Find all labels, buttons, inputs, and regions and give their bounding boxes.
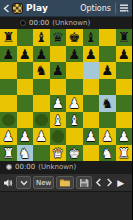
square-a1[interactable]: ♜ (0, 145, 17, 162)
header-divider (115, 3, 116, 14)
white-player-color-icon (6, 164, 12, 170)
square-c8[interactable]: ♝ (33, 29, 50, 46)
move-list-area[interactable] (0, 191, 132, 220)
square-h3[interactable] (116, 112, 133, 129)
square-h6[interactable] (116, 62, 133, 79)
square-a5[interactable] (0, 79, 17, 96)
square-h1[interactable]: ♜ (116, 145, 133, 162)
square-h7[interactable]: ♟ (116, 46, 133, 63)
chevron-left-icon (95, 178, 102, 187)
black-player-color-icon (20, 20, 26, 26)
square-e3[interactable]: ♝ (66, 112, 83, 129)
folder-icon (59, 178, 71, 187)
white-rook: ♜ (2, 145, 14, 162)
square-a2[interactable]: ♟ (0, 128, 17, 145)
square-c5[interactable] (33, 79, 50, 96)
square-f1[interactable] (83, 145, 100, 162)
square-b8[interactable] (17, 29, 34, 46)
white-pawn: ♟ (52, 95, 64, 112)
square-f6[interactable] (83, 62, 100, 79)
square-h5[interactable] (116, 79, 133, 96)
black-bishop: ♝ (35, 29, 47, 46)
white-rook: ♜ (118, 145, 130, 162)
square-g4[interactable]: ♞ (99, 95, 116, 112)
square-g3[interactable] (99, 112, 116, 129)
square-g5[interactable] (99, 79, 116, 96)
square-d5[interactable] (50, 79, 67, 96)
square-d3[interactable]: ♝ (50, 112, 67, 129)
options-button[interactable]: Options (80, 4, 111, 13)
white-player-name: (Unknown) (38, 163, 76, 171)
white-knight: ♞ (19, 145, 31, 162)
square-c7[interactable]: ♟ (33, 46, 50, 63)
next-move-button[interactable] (105, 176, 114, 189)
square-a7[interactable]: ♟ (0, 46, 17, 63)
chess-board[interactable]: ♜♝♛♚♝♜♟♟♟♟♟♟♞♟♟♟♟♞♝♝♟♟♟♟♟♟♜♞♛♚♞♜ (0, 29, 132, 161)
black-pawn: ♟ (85, 46, 97, 63)
square-b2[interactable]: ♟ (17, 128, 34, 145)
white-knight: ♞ (101, 145, 113, 162)
square-e2[interactable] (66, 128, 83, 145)
black-pawn: ♟ (118, 46, 130, 63)
prev-move-button[interactable] (94, 176, 103, 189)
square-h4[interactable] (116, 95, 133, 112)
black-player-row: 00:00 (Unknown) (0, 17, 132, 29)
open-file-button[interactable] (56, 176, 74, 189)
square-b7[interactable]: ♟ (17, 46, 34, 63)
square-f5[interactable] (83, 79, 100, 96)
white-pawn: ♟ (19, 128, 31, 145)
black-rook: ♜ (2, 29, 14, 46)
square-h2[interactable]: ♟ (116, 128, 133, 145)
square-e6[interactable] (66, 62, 83, 79)
black-pawn: ♟ (35, 46, 47, 63)
square-b6[interactable] (17, 62, 34, 79)
square-c1[interactable] (33, 145, 50, 162)
square-e7[interactable]: ♟ (66, 46, 83, 63)
square-d7[interactable] (50, 46, 67, 63)
page-title: Play (26, 3, 48, 13)
square-d4[interactable]: ♟ (50, 95, 67, 112)
square-h8[interactable]: ♜ (116, 29, 133, 46)
black-pawn: ♟ (52, 62, 64, 79)
white-queen: ♛ (52, 145, 64, 162)
square-f4[interactable] (83, 95, 100, 112)
black-pawn: ♟ (68, 46, 80, 63)
chevron-down-icon (20, 180, 28, 186)
black-player-name: (Unknown) (52, 19, 90, 27)
white-pawn: ♟ (35, 128, 47, 145)
square-f8[interactable]: ♝ (83, 29, 100, 46)
square-a4[interactable] (0, 95, 17, 112)
square-e4[interactable]: ♟ (66, 95, 83, 112)
square-e5[interactable] (66, 79, 83, 96)
black-pawn: ♟ (101, 62, 113, 79)
square-a6[interactable] (0, 62, 17, 79)
square-c4[interactable] (33, 95, 50, 112)
black-queen: ♛ (52, 29, 64, 46)
square-f2[interactable]: ♟ (83, 128, 100, 145)
black-king: ♚ (68, 29, 80, 46)
speaker-icon (3, 178, 13, 188)
white-bishop: ♝ (52, 112, 64, 129)
square-b1[interactable]: ♞ (17, 145, 34, 162)
square-e8[interactable]: ♚ (66, 29, 83, 46)
save-button[interactable] (76, 176, 92, 189)
square-e1[interactable]: ♚ (66, 145, 83, 162)
white-pawn: ♟ (2, 128, 14, 145)
chess-app-icon (12, 3, 23, 14)
square-d8[interactable]: ♛ (50, 29, 67, 46)
game-toolbar: New ▶ (0, 173, 132, 191)
square-f3[interactable] (83, 112, 100, 129)
chess-app-window: Play Options 00:00 (Unknown) ♜♝♛♚♝♜♟♟♟♟♟… (0, 0, 132, 220)
square-d2[interactable] (50, 128, 67, 145)
chevron-right-icon (106, 178, 113, 187)
square-g6[interactable]: ♟ (99, 62, 116, 79)
square-f7[interactable]: ♟ (83, 46, 100, 63)
square-g2[interactable]: ♟ (99, 128, 116, 145)
square-g7[interactable] (99, 46, 116, 63)
square-c6[interactable]: ♞ (33, 62, 50, 79)
expand-toolbar-button[interactable] (16, 176, 31, 189)
square-c3[interactable] (33, 112, 50, 129)
white-player-clock: 00:00 (15, 163, 35, 171)
black-rook: ♜ (118, 29, 130, 46)
white-bishop: ♝ (68, 112, 80, 129)
floppy-disk-icon (79, 178, 89, 188)
black-pawn: ♟ (2, 46, 14, 63)
menu-icon[interactable] (119, 3, 129, 13)
square-g1[interactable]: ♞ (99, 145, 116, 162)
white-pawn: ♟ (68, 95, 80, 112)
square-c2[interactable]: ♟ (33, 128, 50, 145)
play-icon: ▶ (117, 178, 124, 188)
square-b5[interactable] (17, 79, 34, 96)
play-forward-button[interactable]: ▶ (116, 176, 125, 189)
new-game-button[interactable]: New (33, 176, 54, 189)
square-a3[interactable] (0, 112, 17, 129)
black-knight: ♞ (101, 95, 113, 112)
black-knight: ♞ (35, 62, 47, 79)
white-pawn: ♟ (85, 128, 97, 145)
sound-button[interactable] (2, 176, 14, 189)
black-bishop: ♝ (85, 29, 97, 46)
white-player-row: 00:00 (Unknown) (0, 161, 132, 173)
square-d1[interactable]: ♛ (50, 145, 67, 162)
square-d6[interactable]: ♟ (50, 62, 67, 79)
white-king: ♚ (68, 145, 80, 162)
square-g8[interactable] (99, 29, 116, 46)
square-b3[interactable] (17, 112, 34, 129)
black-player-clock: 00:00 (29, 19, 49, 27)
back-icon[interactable] (3, 4, 10, 13)
black-pawn: ♟ (19, 46, 31, 63)
square-a8[interactable]: ♜ (0, 29, 17, 46)
header-bar: Play Options (0, 0, 132, 17)
white-pawn: ♟ (101, 128, 113, 145)
white-pawn: ♟ (118, 128, 130, 145)
square-b4[interactable] (17, 95, 34, 112)
